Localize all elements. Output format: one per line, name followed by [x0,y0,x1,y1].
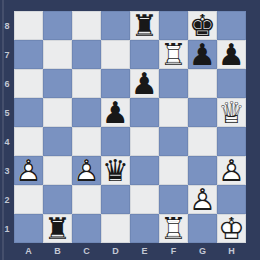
square-g7[interactable]: ♟ [188,40,217,69]
rank-label-5: 5 [0,98,14,127]
square-g2[interactable]: ♟♙ [188,185,217,214]
file-label-f: F [159,243,188,258]
rank-label-1: 1 [0,214,14,243]
square-b1[interactable]: ♜ [43,214,72,243]
square-b4[interactable] [43,127,72,156]
square-f3[interactable] [159,156,188,185]
square-h1[interactable]: ♚♔ [217,214,246,243]
square-e2[interactable] [130,185,159,214]
square-g5[interactable] [188,98,217,127]
square-b5[interactable] [43,98,72,127]
piece-glyph: ♜ [130,11,159,40]
piece-glyph-outline: ♙ [217,156,246,185]
piece-white-rook-f7[interactable]: ♜♖ [159,40,188,69]
piece-white-pawn-g2[interactable]: ♟♙ [188,185,217,214]
square-d7[interactable] [101,40,130,69]
piece-glyph-outline: ♙ [72,156,101,185]
square-c8[interactable] [72,11,101,40]
rank-label-6: 6 [0,69,14,98]
file-label-a: A [14,243,43,258]
square-c4[interactable] [72,127,101,156]
piece-glyph-fill: ♚ [217,214,246,243]
piece-black-rook-b1[interactable]: ♜ [43,214,72,243]
square-h8[interactable] [217,11,246,40]
square-c2[interactable] [72,185,101,214]
square-h7[interactable]: ♟ [217,40,246,69]
piece-white-pawn-a3[interactable]: ♟♙ [14,156,43,185]
piece-glyph: ♟ [217,40,246,69]
piece-white-pawn-c3[interactable]: ♟♙ [72,156,101,185]
file-label-c: C [72,243,101,258]
square-g3[interactable] [188,156,217,185]
square-e5[interactable] [130,98,159,127]
square-c6[interactable] [72,69,101,98]
square-d4[interactable] [101,127,130,156]
piece-glyph: ♟ [101,98,130,127]
square-a5[interactable] [14,98,43,127]
square-a3[interactable]: ♟♙ [14,156,43,185]
square-d5[interactable]: ♟ [101,98,130,127]
square-d3[interactable]: ♛ [101,156,130,185]
piece-glyph-outline: ♕ [217,98,246,127]
square-d2[interactable] [101,185,130,214]
square-b2[interactable] [43,185,72,214]
square-d8[interactable] [101,11,130,40]
piece-glyph-outline: ♙ [14,156,43,185]
file-label-h: H [217,243,246,258]
piece-black-king-g8[interactable]: ♚ [188,11,217,40]
square-g1[interactable] [188,214,217,243]
piece-glyph: ♟ [188,40,217,69]
piece-glyph-fill: ♟ [72,156,101,185]
square-e6[interactable]: ♟ [130,69,159,98]
piece-black-rook-e8[interactable]: ♜ [130,11,159,40]
square-f1[interactable]: ♜♖ [159,214,188,243]
square-b6[interactable] [43,69,72,98]
piece-glyph-fill: ♟ [188,185,217,214]
rank-label-3: 3 [0,156,14,185]
piece-glyph-fill: ♛ [217,98,246,127]
piece-white-queen-h5[interactable]: ♛♕ [217,98,246,127]
piece-white-pawn-h3[interactable]: ♟♙ [217,156,246,185]
square-f8[interactable] [159,11,188,40]
piece-glyph-outline: ♖ [159,40,188,69]
square-e1[interactable] [130,214,159,243]
square-g6[interactable] [188,69,217,98]
square-d6[interactable] [101,69,130,98]
square-g8[interactable]: ♚ [188,11,217,40]
square-a7[interactable] [14,40,43,69]
piece-glyph-outline: ♖ [159,214,188,243]
square-a2[interactable] [14,185,43,214]
rank-label-4: 4 [0,127,14,156]
piece-black-pawn-e6[interactable]: ♟ [130,69,159,98]
square-b8[interactable] [43,11,72,40]
piece-black-queen-d3[interactable]: ♛ [101,156,130,185]
square-d1[interactable] [101,214,130,243]
piece-white-rook-f1[interactable]: ♜♖ [159,214,188,243]
chess-diagram: ♜♚♜♖♟♟♟♟♛♕♟♙♟♙♛♟♙♟♙♜♜♖♚♔ 87654321ABCDEFG… [0,0,260,260]
piece-white-king-h1[interactable]: ♚♔ [217,214,246,243]
square-a8[interactable] [14,11,43,40]
square-h2[interactable] [217,185,246,214]
square-a6[interactable] [14,69,43,98]
piece-glyph-fill: ♜ [159,40,188,69]
square-f4[interactable] [159,127,188,156]
piece-black-pawn-h7[interactable]: ♟ [217,40,246,69]
piece-glyph: ♚ [188,11,217,40]
square-e4[interactable] [130,127,159,156]
piece-glyph: ♟ [130,69,159,98]
square-b3[interactable] [43,156,72,185]
square-g4[interactable] [188,127,217,156]
square-f6[interactable] [159,69,188,98]
square-a4[interactable] [14,127,43,156]
square-h4[interactable] [217,127,246,156]
file-label-g: G [188,243,217,258]
rank-label-7: 7 [0,40,14,69]
rank-label-8: 8 [0,11,14,40]
piece-black-pawn-d5[interactable]: ♟ [101,98,130,127]
square-a1[interactable] [14,214,43,243]
piece-glyph: ♜ [43,214,72,243]
piece-black-pawn-g7[interactable]: ♟ [188,40,217,69]
square-e3[interactable] [130,156,159,185]
rank-label-2: 2 [0,185,14,214]
square-e7[interactable] [130,40,159,69]
piece-glyph-fill: ♟ [217,156,246,185]
piece-glyph-fill: ♜ [159,214,188,243]
square-h5[interactable]: ♛♕ [217,98,246,127]
file-label-b: B [43,243,72,258]
file-label-e: E [130,243,159,258]
square-f5[interactable] [159,98,188,127]
square-c7[interactable] [72,40,101,69]
square-c1[interactable] [72,214,101,243]
square-f7[interactable]: ♜♖ [159,40,188,69]
square-e8[interactable]: ♜ [130,11,159,40]
square-h3[interactable]: ♟♙ [217,156,246,185]
square-h6[interactable] [217,69,246,98]
chess-board: ♜♚♜♖♟♟♟♟♛♕♟♙♟♙♛♟♙♟♙♜♜♖♚♔ [14,11,246,243]
square-c3[interactable]: ♟♙ [72,156,101,185]
piece-glyph-fill: ♟ [14,156,43,185]
file-label-d: D [101,243,130,258]
square-c5[interactable] [72,98,101,127]
square-b7[interactable] [43,40,72,69]
piece-glyph-outline: ♔ [217,214,246,243]
square-f2[interactable] [159,185,188,214]
piece-glyph: ♛ [101,156,130,185]
piece-glyph-outline: ♙ [188,185,217,214]
